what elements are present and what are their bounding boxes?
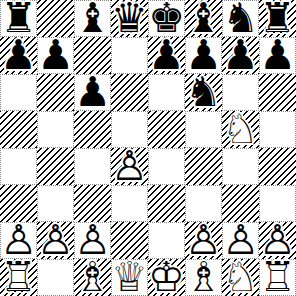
- square-d7[interactable]: [111, 37, 148, 74]
- square-a4[interactable]: [0, 148, 37, 185]
- square-h8[interactable]: ♜♜: [259, 0, 296, 37]
- square-b2[interactable]: ♟♙: [37, 222, 74, 259]
- piece-halo: ♞: [185, 74, 222, 111]
- square-e8[interactable]: ♚♚: [148, 0, 185, 37]
- piece-black-rook[interactable]: ♜: [1, 1, 36, 36]
- piece-black-pawn[interactable]: ♟: [148, 37, 185, 74]
- piece-halo: ♟: [75, 75, 110, 110]
- chess-board-wrapper: ♜♜♝♝♛♛♚♚♝♝♞♞♜♜♟♟♟♟♟♟♟♟♟♟♟♟♟♟♞♞♞♘♟♙♟♙♟♙♟♙…: [0, 0, 296, 296]
- square-d3[interactable]: [111, 185, 148, 222]
- piece-halo: ♟: [148, 37, 185, 74]
- square-c6[interactable]: ♟♟: [74, 74, 111, 111]
- piece-black-bishop[interactable]: ♝: [75, 1, 110, 36]
- piece-white-pawn[interactable]: ♙: [111, 148, 148, 185]
- square-h4[interactable]: [259, 148, 296, 185]
- piece-halo: ♟: [75, 223, 110, 258]
- piece-halo: ♛: [111, 0, 148, 37]
- square-g6[interactable]: [222, 74, 259, 111]
- square-f3[interactable]: [185, 185, 222, 222]
- square-d2[interactable]: [111, 222, 148, 259]
- piece-black-pawn[interactable]: ♟: [186, 38, 221, 73]
- square-h7[interactable]: ♟♟: [259, 37, 296, 74]
- piece-black-knight[interactable]: ♞: [223, 1, 258, 36]
- square-h1[interactable]: ♜♖: [259, 259, 296, 296]
- piece-halo: ♟: [1, 223, 36, 258]
- square-a3[interactable]: [0, 185, 37, 222]
- piece-halo: ♟: [37, 222, 74, 259]
- square-c3[interactable]: [74, 185, 111, 222]
- piece-black-rook[interactable]: ♜: [259, 0, 296, 37]
- piece-black-pawn[interactable]: ♟: [222, 37, 259, 74]
- piece-white-knight[interactable]: ♘: [222, 259, 259, 296]
- chess-board: ♜♜♝♝♛♛♚♚♝♝♞♞♜♜♟♟♟♟♟♟♟♟♟♟♟♟♟♟♞♞♞♘♟♙♟♙♟♙♟♙…: [0, 0, 296, 296]
- square-c4[interactable]: [74, 148, 111, 185]
- piece-halo: ♟: [260, 38, 295, 73]
- square-f4[interactable]: [185, 148, 222, 185]
- square-g7[interactable]: ♟♟: [222, 37, 259, 74]
- piece-white-knight[interactable]: ♘: [222, 111, 259, 148]
- square-g1[interactable]: ♞♘: [222, 259, 259, 296]
- square-d5[interactable]: [111, 111, 148, 148]
- piece-halo: ♞: [222, 259, 259, 296]
- square-h6[interactable]: [259, 74, 296, 111]
- piece-black-knight[interactable]: ♞: [185, 74, 222, 111]
- piece-white-pawn[interactable]: ♙: [75, 223, 110, 258]
- square-e7[interactable]: ♟♟: [148, 37, 185, 74]
- square-a5[interactable]: [0, 111, 37, 148]
- square-h3[interactable]: [259, 185, 296, 222]
- piece-halo: ♟: [223, 223, 258, 258]
- square-f8[interactable]: ♝♝: [185, 0, 222, 37]
- square-c7[interactable]: [74, 37, 111, 74]
- piece-black-bishop[interactable]: ♝: [185, 0, 222, 37]
- piece-white-bishop[interactable]: ♗: [74, 259, 111, 296]
- square-e3[interactable]: [148, 185, 185, 222]
- square-a6[interactable]: [0, 74, 37, 111]
- square-d6[interactable]: [111, 74, 148, 111]
- piece-white-queen[interactable]: ♕: [112, 260, 147, 295]
- square-f5[interactable]: [185, 111, 222, 148]
- square-c1[interactable]: ♝♗: [74, 259, 111, 296]
- piece-halo: ♟: [222, 37, 259, 74]
- piece-halo: ♟: [186, 38, 221, 73]
- square-g4[interactable]: [222, 148, 259, 185]
- square-e6[interactable]: [148, 74, 185, 111]
- square-b5[interactable]: [37, 111, 74, 148]
- square-d1[interactable]: ♛♕: [111, 259, 148, 296]
- square-c8[interactable]: ♝♝: [74, 0, 111, 37]
- piece-halo: ♝: [185, 0, 222, 37]
- piece-black-pawn[interactable]: ♟: [75, 75, 110, 110]
- piece-halo: ♟: [0, 37, 37, 74]
- square-f2[interactable]: ♟♙: [185, 222, 222, 259]
- square-d8[interactable]: ♛♛: [111, 0, 148, 37]
- piece-halo: ♜: [259, 0, 296, 37]
- piece-halo: ♛: [112, 260, 147, 295]
- square-g2[interactable]: ♟♙: [222, 222, 259, 259]
- square-b8[interactable]: [37, 0, 74, 37]
- piece-halo: ♟: [111, 148, 148, 185]
- square-a7[interactable]: ♟♟: [0, 37, 37, 74]
- piece-halo: ♚: [149, 1, 184, 36]
- square-g5[interactable]: ♞♘: [222, 111, 259, 148]
- piece-black-pawn[interactable]: ♟: [38, 38, 73, 73]
- piece-white-pawn[interactable]: ♙: [1, 223, 36, 258]
- piece-halo: ♝: [75, 1, 110, 36]
- square-e1[interactable]: ♚♔: [148, 259, 185, 296]
- square-d4[interactable]: ♟♙: [111, 148, 148, 185]
- piece-white-pawn[interactable]: ♙: [223, 223, 258, 258]
- piece-halo: ♟: [38, 38, 73, 73]
- piece-halo: ♜: [1, 1, 36, 36]
- square-f6[interactable]: ♞♞: [185, 74, 222, 111]
- piece-white-pawn[interactable]: ♙: [185, 222, 222, 259]
- piece-white-pawn[interactable]: ♙: [259, 222, 296, 259]
- piece-halo: ♜: [260, 260, 295, 295]
- piece-black-pawn[interactable]: ♟: [0, 37, 37, 74]
- square-e2[interactable]: [148, 222, 185, 259]
- square-c2[interactable]: ♟♙: [74, 222, 111, 259]
- square-f7[interactable]: ♟♟: [185, 37, 222, 74]
- square-b4[interactable]: [37, 148, 74, 185]
- square-h2[interactable]: ♟♙: [259, 222, 296, 259]
- square-e4[interactable]: [148, 148, 185, 185]
- square-b7[interactable]: ♟♟: [37, 37, 74, 74]
- piece-white-pawn[interactable]: ♙: [37, 222, 74, 259]
- piece-halo: ♞: [222, 111, 259, 148]
- piece-halo: ♟: [185, 222, 222, 259]
- piece-halo: ♜: [0, 259, 37, 296]
- square-g8[interactable]: ♞♞: [222, 0, 259, 37]
- piece-halo: ♟: [259, 222, 296, 259]
- piece-white-king[interactable]: ♔: [148, 259, 185, 296]
- piece-white-rook[interactable]: ♖: [260, 260, 295, 295]
- square-b6[interactable]: [37, 74, 74, 111]
- piece-halo: ♞: [223, 1, 258, 36]
- square-a8[interactable]: ♜♜: [0, 0, 37, 37]
- square-h5[interactable]: [259, 111, 296, 148]
- square-e5[interactable]: [148, 111, 185, 148]
- square-f1[interactable]: ♝♗: [185, 259, 222, 296]
- piece-white-bishop[interactable]: ♗: [186, 260, 221, 295]
- piece-black-queen[interactable]: ♛: [111, 0, 148, 37]
- piece-halo: ♝: [186, 260, 221, 295]
- piece-halo: ♚: [148, 259, 185, 296]
- square-c5[interactable]: [74, 111, 111, 148]
- square-a1[interactable]: ♜♖: [0, 259, 37, 296]
- square-b3[interactable]: [37, 185, 74, 222]
- piece-black-king[interactable]: ♚: [149, 1, 184, 36]
- piece-halo: ♝: [74, 259, 111, 296]
- square-g3[interactable]: [222, 185, 259, 222]
- square-a2[interactable]: ♟♙: [0, 222, 37, 259]
- piece-black-pawn[interactable]: ♟: [260, 38, 295, 73]
- square-b1[interactable]: [37, 259, 74, 296]
- piece-white-rook[interactable]: ♖: [0, 259, 37, 296]
